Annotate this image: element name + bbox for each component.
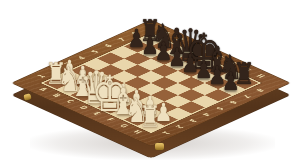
file-label-far-a: A: [160, 31, 170, 36]
brass-clasp-front-icon: [155, 143, 164, 150]
rank-label-6: 6: [228, 100, 238, 104]
rank-label-far-7: 7: [118, 38, 128, 42]
file-label-far-g: G: [241, 68, 251, 73]
file-label-far-c: C: [187, 44, 197, 48]
file-label-far-d: D: [201, 50, 211, 55]
rank-label-5: 5: [214, 106, 224, 110]
rank-label-8: 8: [255, 87, 265, 91]
file-label-far-e: E: [214, 56, 224, 60]
rank-label-far-4: 4: [78, 56, 88, 60]
rank-label-far-6: 6: [105, 44, 115, 48]
file-label-far-f: F: [228, 62, 238, 66]
file-label-a: A: [37, 87, 47, 92]
file-label-d: D: [78, 106, 88, 111]
file-label-far-h: H: [254, 74, 264, 79]
file-label-h: H: [131, 130, 141, 135]
rank-label-1: 1: [161, 130, 171, 134]
rank-label-far-2: 2: [51, 68, 61, 72]
file-label-g: G: [118, 124, 128, 129]
rank-label-4: 4: [201, 112, 211, 116]
rank-label-far-5: 5: [91, 50, 101, 54]
rank-label-far-1: 1: [38, 74, 48, 78]
file-label-far-b: B: [174, 38, 184, 43]
rank-label-3: 3: [188, 118, 198, 122]
product-photo-background: AABBCCDDEEFFGGHH1122334455667788 ♜♞♝♛♚♝♞…: [0, 0, 300, 166]
rank-label-2: 2: [174, 124, 184, 128]
rank-label-7: 7: [241, 94, 251, 98]
file-label-c: C: [64, 100, 74, 104]
file-label-f: F: [105, 118, 115, 122]
file-label-b: B: [51, 93, 61, 98]
rank-label-far-8: 8: [132, 32, 142, 36]
file-label-e: E: [91, 112, 101, 116]
rank-label-far-3: 3: [65, 62, 75, 66]
